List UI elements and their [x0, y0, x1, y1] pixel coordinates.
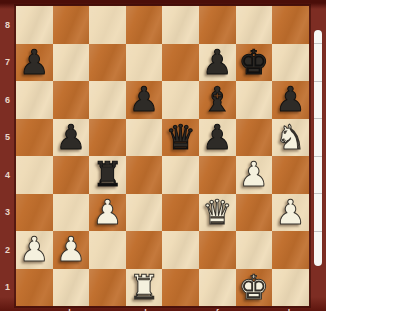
rank-label-6: 6 [0, 81, 15, 119]
black-pawn-f7[interactable]: ♟ [199, 44, 236, 82]
square-b5[interactable]: ♟ [53, 119, 90, 157]
eval-bar [314, 30, 322, 266]
square-c5[interactable] [89, 119, 126, 157]
square-d4[interactable] [126, 156, 163, 194]
square-a3[interactable] [16, 194, 53, 232]
square-e3[interactable] [162, 194, 199, 232]
square-d8[interactable] [126, 6, 163, 44]
black-king-g7[interactable]: ♚ [236, 44, 273, 82]
square-a2[interactable]: ♟ [16, 231, 53, 269]
rank-label-8: 8 [0, 6, 15, 44]
square-h3[interactable]: ♟ [272, 194, 309, 232]
black-queen-e5[interactable]: ♛ [162, 119, 199, 157]
chess-board: ♟♟♚♟♝♟♟♛♟♞♜♟♟♛♟♟♟♜♚ [16, 6, 309, 306]
square-c4[interactable]: ♜ [89, 156, 126, 194]
square-f7[interactable]: ♟ [199, 44, 236, 82]
square-b4[interactable] [53, 156, 90, 194]
square-g2[interactable] [236, 231, 273, 269]
white-pawn-c3[interactable]: ♟ [89, 194, 126, 232]
square-c6[interactable] [89, 81, 126, 119]
black-bishop-f6[interactable]: ♝ [199, 81, 236, 119]
square-e1[interactable] [162, 269, 199, 307]
square-b2[interactable]: ♟ [53, 231, 90, 269]
square-g1[interactable]: ♚ [236, 269, 273, 307]
square-b3[interactable] [53, 194, 90, 232]
square-d7[interactable] [126, 44, 163, 82]
rank-label-5: 5 [0, 119, 15, 157]
square-c7[interactable] [89, 44, 126, 82]
square-e2[interactable] [162, 231, 199, 269]
square-c8[interactable] [89, 6, 126, 44]
board-frame: 8 7 6 5 4 3 2 1 a b c d e f g h ♟♟♚♟♝♟♟♛… [0, 0, 326, 311]
square-g8[interactable] [236, 6, 273, 44]
square-f8[interactable] [199, 6, 236, 44]
square-b7[interactable] [53, 44, 90, 82]
square-d5[interactable] [126, 119, 163, 157]
white-queen-f3[interactable]: ♛ [199, 194, 236, 232]
square-c3[interactable]: ♟ [89, 194, 126, 232]
square-a6[interactable] [16, 81, 53, 119]
rank-label-1: 1 [0, 269, 15, 307]
square-e6[interactable] [162, 81, 199, 119]
white-king-g1[interactable]: ♚ [236, 269, 273, 307]
square-c2[interactable] [89, 231, 126, 269]
square-b8[interactable] [53, 6, 90, 44]
square-g6[interactable] [236, 81, 273, 119]
white-knight-h5[interactable]: ♞ [272, 119, 309, 157]
square-b6[interactable] [53, 81, 90, 119]
square-d6[interactable]: ♟ [126, 81, 163, 119]
square-g5[interactable] [236, 119, 273, 157]
square-c1[interactable] [89, 269, 126, 307]
square-h7[interactable] [272, 44, 309, 82]
rank-label-3: 3 [0, 194, 15, 232]
square-e8[interactable] [162, 6, 199, 44]
square-d1[interactable]: ♜ [126, 269, 163, 307]
square-h4[interactable] [272, 156, 309, 194]
square-e5[interactable]: ♛ [162, 119, 199, 157]
rank-label-2: 2 [0, 231, 15, 269]
square-a4[interactable] [16, 156, 53, 194]
rank-label-7: 7 [0, 44, 15, 82]
square-a5[interactable] [16, 119, 53, 157]
square-e7[interactable] [162, 44, 199, 82]
square-f6[interactable]: ♝ [199, 81, 236, 119]
white-rook-d1[interactable]: ♜ [126, 269, 163, 307]
square-h1[interactable] [272, 269, 309, 307]
square-a1[interactable] [16, 269, 53, 307]
white-pawn-b2[interactable]: ♟ [53, 231, 90, 269]
square-g7[interactable]: ♚ [236, 44, 273, 82]
rank-label-4: 4 [0, 156, 15, 194]
white-pawn-a2[interactable]: ♟ [16, 231, 53, 269]
black-pawn-b5[interactable]: ♟ [53, 119, 90, 157]
square-g3[interactable] [236, 194, 273, 232]
page-background: 8 7 6 5 4 3 2 1 a b c d e f g h ♟♟♚♟♝♟♟♛… [0, 0, 414, 311]
black-pawn-h6[interactable]: ♟ [272, 81, 309, 119]
black-rook-c4[interactable]: ♜ [89, 156, 126, 194]
square-b1[interactable] [53, 269, 90, 307]
white-pawn-g4[interactable]: ♟ [236, 156, 273, 194]
square-f2[interactable] [199, 231, 236, 269]
square-h8[interactable] [272, 6, 309, 44]
square-f5[interactable]: ♟ [199, 119, 236, 157]
white-pawn-h3[interactable]: ♟ [272, 194, 309, 232]
square-f1[interactable] [199, 269, 236, 307]
square-h5[interactable]: ♞ [272, 119, 309, 157]
black-pawn-d6[interactable]: ♟ [126, 81, 163, 119]
square-a7[interactable]: ♟ [16, 44, 53, 82]
square-a8[interactable] [16, 6, 53, 44]
square-h2[interactable] [272, 231, 309, 269]
black-pawn-f5[interactable]: ♟ [199, 119, 236, 157]
square-h6[interactable]: ♟ [272, 81, 309, 119]
square-g4[interactable]: ♟ [236, 156, 273, 194]
square-f3[interactable]: ♛ [199, 194, 236, 232]
black-pawn-a7[interactable]: ♟ [16, 44, 53, 82]
square-f4[interactable] [199, 156, 236, 194]
square-d3[interactable] [126, 194, 163, 232]
square-d2[interactable] [126, 231, 163, 269]
square-e4[interactable] [162, 156, 199, 194]
